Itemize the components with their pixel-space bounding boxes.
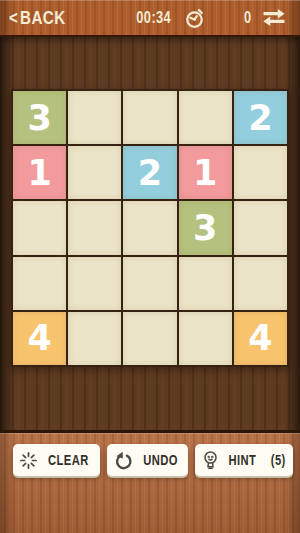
undo-button[interactable]: UNDO: [107, 444, 188, 476]
cell-r5c2[interactable]: [68, 312, 121, 365]
cell-r2c3[interactable]: 2: [123, 146, 176, 199]
cell-r3c1[interactable]: [13, 201, 66, 254]
cell-r1c5[interactable]: 2: [234, 91, 287, 144]
back-button[interactable]: < BACK: [9, 7, 77, 29]
cell-r1c1[interactable]: 3: [13, 91, 66, 144]
hint-bulb-icon: [201, 450, 220, 471]
cell-r4c1[interactable]: [13, 257, 66, 310]
cell-r3c5[interactable]: [234, 201, 287, 254]
cell-r2c4[interactable]: 1: [179, 146, 232, 199]
back-chevron-icon: <: [9, 7, 18, 27]
timer-text: 00:34: [132, 9, 175, 27]
hint-label: HINT: [225, 452, 260, 468]
cell-r2c2[interactable]: [68, 146, 121, 199]
cell-r1c3[interactable]: [123, 91, 176, 144]
clear-button[interactable]: CLEAR: [13, 444, 100, 476]
hint-count: (5): [269, 452, 288, 468]
cell-r3c3[interactable]: [123, 201, 176, 254]
cell-r5c5[interactable]: 4: [234, 312, 287, 365]
cell-r5c3[interactable]: [123, 312, 176, 365]
bottom-toolbar: CLEAR UNDO: [0, 430, 300, 533]
app-screen: < BACK 00:34 0 32: [0, 0, 300, 533]
cell-r4c2[interactable]: [68, 257, 121, 310]
stopwatch-icon: [184, 6, 205, 29]
cell-r2c1[interactable]: 1: [13, 146, 66, 199]
board-grid: 32121344: [11, 89, 289, 367]
cell-r5c1[interactable]: 4: [13, 312, 66, 365]
cell-r3c2[interactable]: [68, 201, 121, 254]
undo-label: UNDO: [139, 452, 182, 468]
cell-r5c4[interactable]: [179, 312, 232, 365]
cell-r1c4[interactable]: [179, 91, 232, 144]
cell-r3c4[interactable]: 3: [179, 201, 232, 254]
moves-count: 0: [243, 9, 252, 27]
cell-r4c4[interactable]: [179, 257, 232, 310]
swap-arrows-icon[interactable]: [261, 8, 287, 27]
cell-r2c5[interactable]: [234, 146, 287, 199]
top-bar: < BACK 00:34 0: [0, 0, 300, 37]
undo-arrow-icon: [113, 450, 134, 471]
cell-r1c2[interactable]: [68, 91, 121, 144]
cell-r4c5[interactable]: [234, 257, 287, 310]
back-label: BACK: [20, 7, 77, 29]
hint-button[interactable]: HINT (5): [195, 444, 293, 476]
clear-label: CLEAR: [43, 452, 94, 468]
clear-burst-icon: [19, 451, 38, 470]
cell-r4c3[interactable]: [123, 257, 176, 310]
